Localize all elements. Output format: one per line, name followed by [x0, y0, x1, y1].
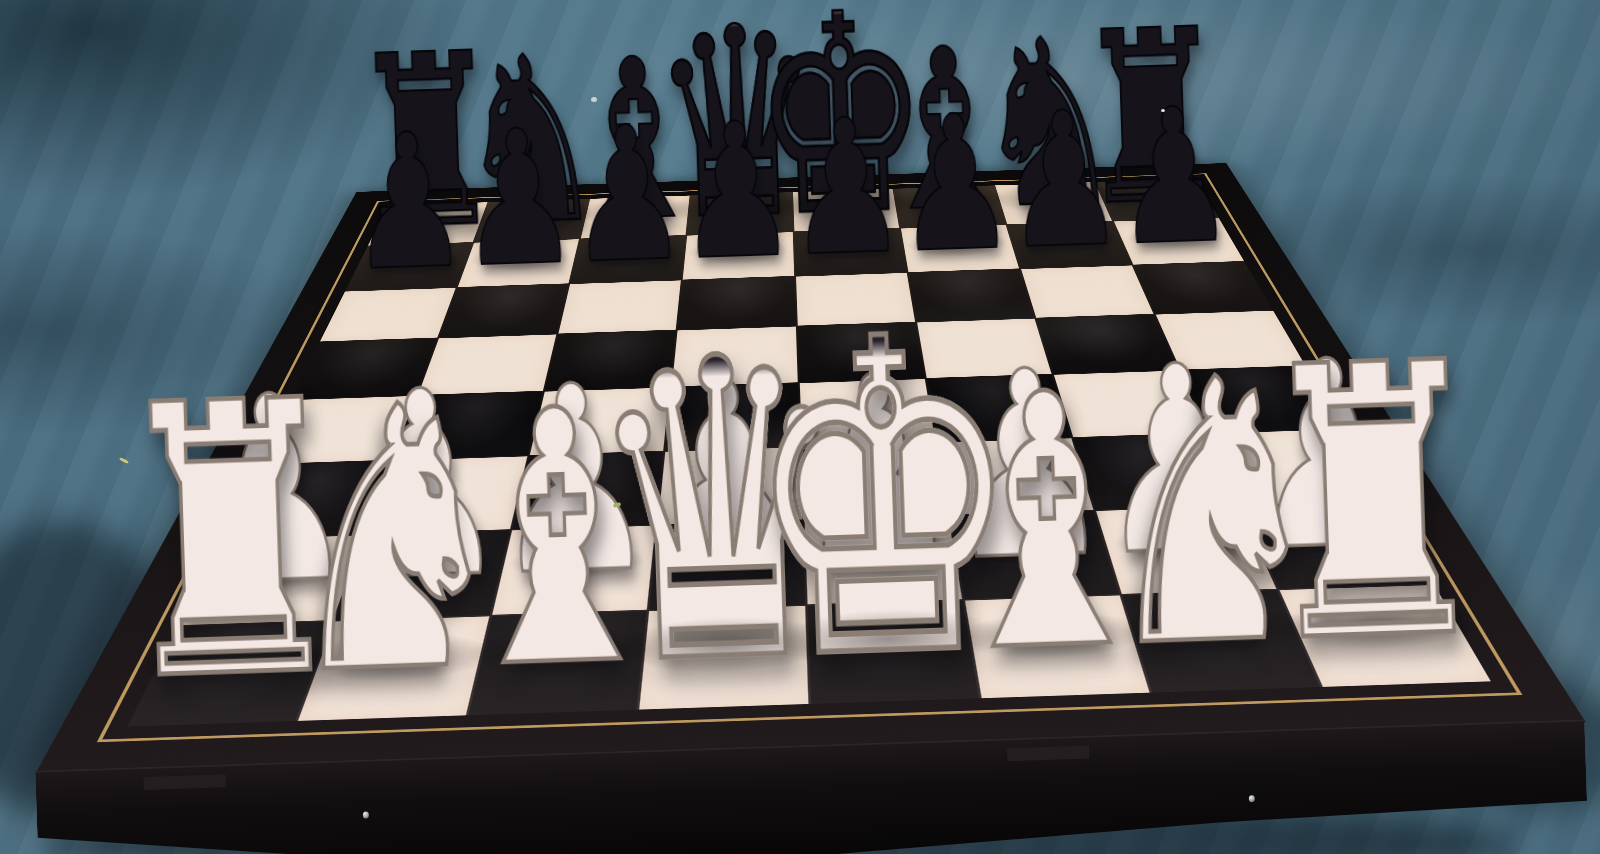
piece-black-pawn-b7[interactable]: ♟: [455, 104, 581, 293]
piece-black-pawn-a7[interactable]: ♟: [346, 108, 472, 297]
piece-black-pawn-g7[interactable]: ♟: [1002, 86, 1128, 275]
lint-speck: [1161, 109, 1165, 112]
board-assembly: ♜♞♝♛♚♝♞♜♟♟♟♟♟♟♟♟♟♟♟♟♟♟♟♟♜♞♝♛♚♝♞♜: [0, 0, 1600, 854]
photo-scene: ♜♞♝♛♚♝♞♜♟♟♟♟♟♟♟♟♟♟♟♟♟♟♟♟♜♞♝♛♚♝♞♜: [0, 0, 1600, 854]
piece-white-rook-h1[interactable]: ♜: [1248, 314, 1501, 695]
piece-black-pawn-h7[interactable]: ♟: [1111, 83, 1237, 272]
piece-black-pawn-c7[interactable]: ♟: [565, 101, 691, 290]
pieces-layer: ♜♞♝♛♚♝♞♜♟♟♟♟♟♟♟♟♟♟♟♟♟♟♟♟♜♞♝♛♚♝♞♜: [0, 0, 1600, 854]
lint-speck: [591, 97, 597, 102]
